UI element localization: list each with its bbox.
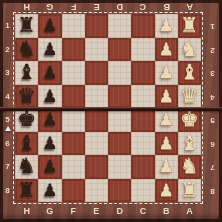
square-r4c1: ♛ xyxy=(15,85,38,109)
square-r8c6 xyxy=(131,179,154,203)
square-r5c8: ♚ xyxy=(178,108,201,132)
white-king: ♚ xyxy=(180,109,199,130)
square-r4c8: ♛ xyxy=(178,85,201,109)
square-r3c2: ♟ xyxy=(38,61,61,85)
square-r1c8: ♜ xyxy=(178,14,201,38)
square-r4c4 xyxy=(85,85,108,109)
square-r6c1: ♝ xyxy=(15,132,38,156)
white-pawn: ♟ xyxy=(159,158,174,175)
square-r8c5 xyxy=(108,179,131,203)
square-r7c7: ♟ xyxy=(155,155,178,179)
rank-label: 7 xyxy=(0,155,15,179)
black-knight: ♞ xyxy=(17,39,36,60)
square-r7c1: ♞ xyxy=(15,155,38,179)
rank-label: 8 xyxy=(203,179,222,203)
white-knight: ♞ xyxy=(180,156,199,177)
white-pawn: ♟ xyxy=(159,111,174,128)
file-label: A xyxy=(178,0,201,14)
square-r2c3 xyxy=(62,38,85,62)
square-r7c8: ♞ xyxy=(178,155,201,179)
square-r2c1: ♞ xyxy=(15,38,38,62)
file-label: E xyxy=(85,202,108,220)
square-r2c4 xyxy=(85,38,108,62)
square-r6c5 xyxy=(108,132,131,156)
rank-label: 6 xyxy=(0,132,15,156)
square-r3c7: ♟ xyxy=(155,61,178,85)
square-r1c5 xyxy=(108,14,131,38)
file-label: C xyxy=(131,202,154,220)
square-r5c3 xyxy=(62,108,85,132)
square-r7c4 xyxy=(85,155,108,179)
black-knight: ♞ xyxy=(17,156,36,177)
square-r6c8: ♝ xyxy=(178,132,201,156)
black-rook: ♜ xyxy=(17,15,36,36)
square-r4c6 xyxy=(131,85,154,109)
black-pawn: ♟ xyxy=(42,111,57,128)
square-r1c4 xyxy=(85,14,108,38)
file-label: G xyxy=(38,0,61,14)
rank-label: 3 xyxy=(203,61,222,85)
square-r2c6 xyxy=(131,38,154,62)
black-pawn: ♟ xyxy=(42,41,57,58)
black-pawn: ♟ xyxy=(42,182,57,199)
black-bishop: ♝ xyxy=(17,133,36,154)
square-r6c3 xyxy=(62,132,85,156)
white-pawn: ♟ xyxy=(159,41,174,58)
file-label: F xyxy=(62,0,85,14)
file-label: C xyxy=(131,0,154,14)
rank-label: 1 xyxy=(0,14,15,38)
file-labels-bottom: HGFEDCBA xyxy=(15,202,201,220)
square-r3c4 xyxy=(85,61,108,85)
rank-label: 2 xyxy=(203,38,222,62)
square-r3c6 xyxy=(131,61,154,85)
black-rook: ♜ xyxy=(17,180,36,201)
square-r8c3 xyxy=(62,179,85,203)
rank-label: 6 xyxy=(203,132,222,156)
rank-label: 5 xyxy=(203,108,222,132)
white-pawn: ♟ xyxy=(159,135,174,152)
black-king: ♚ xyxy=(17,109,36,130)
square-r3c5 xyxy=(108,61,131,85)
file-label: H xyxy=(15,202,38,220)
square-r5c7: ♟ xyxy=(155,108,178,132)
square-r7c5 xyxy=(108,155,131,179)
file-label: A xyxy=(178,202,201,220)
white-pawn: ♟ xyxy=(159,17,174,34)
square-r8c8: ♜ xyxy=(178,179,201,203)
hinge-clasp-marker xyxy=(5,126,11,131)
square-r2c8: ♞ xyxy=(178,38,201,62)
white-bishop: ♝ xyxy=(180,133,199,154)
white-pawn: ♟ xyxy=(159,64,174,81)
white-queen: ♛ xyxy=(180,86,199,107)
square-r6c2: ♟ xyxy=(38,132,61,156)
black-pawn: ♟ xyxy=(42,135,57,152)
black-queen: ♛ xyxy=(17,86,36,107)
square-r5c1: ♚ xyxy=(15,108,38,132)
board-hinge-seam xyxy=(0,107,222,111)
rank-label: 3 xyxy=(0,61,15,85)
square-r8c1: ♜ xyxy=(15,179,38,203)
white-knight: ♞ xyxy=(180,39,199,60)
square-r1c7: ♟ xyxy=(155,14,178,38)
square-r3c8: ♝ xyxy=(178,61,201,85)
square-r5c4 xyxy=(85,108,108,132)
square-r4c3 xyxy=(62,85,85,109)
square-r4c5 xyxy=(108,85,131,109)
square-r2c7: ♟ xyxy=(155,38,178,62)
square-r5c6 xyxy=(131,108,154,132)
square-r8c7: ♟ xyxy=(155,179,178,203)
rank-label: 8 xyxy=(0,179,15,203)
rank-label: 7 xyxy=(203,155,222,179)
white-bishop: ♝ xyxy=(180,62,199,83)
square-r5c5 xyxy=(108,108,131,132)
square-r5c2: ♟ xyxy=(38,108,61,132)
file-labels-top: HGFEDCBA xyxy=(15,0,201,14)
file-label: D xyxy=(108,0,131,14)
file-label: E xyxy=(85,0,108,14)
black-pawn: ♟ xyxy=(42,88,57,105)
file-label: D xyxy=(108,202,131,220)
rank-label: 4 xyxy=(203,85,222,109)
black-pawn: ♟ xyxy=(42,158,57,175)
chessboard-photo: HGFEDCBA HGFEDCBA 12345678 12345678 ♜♟♟♜… xyxy=(0,0,222,222)
square-r4c2: ♟ xyxy=(38,85,61,109)
square-r3c3 xyxy=(62,61,85,85)
white-rook: ♜ xyxy=(180,180,199,201)
square-r6c6 xyxy=(131,132,154,156)
black-pawn: ♟ xyxy=(42,64,57,81)
square-r8c2: ♟ xyxy=(38,179,61,203)
square-r7c2: ♟ xyxy=(38,155,61,179)
square-r2c2: ♟ xyxy=(38,38,61,62)
rank-label: 2 xyxy=(0,38,15,62)
square-r1c2: ♟ xyxy=(38,14,61,38)
square-r1c6 xyxy=(131,14,154,38)
white-rook: ♜ xyxy=(180,15,199,36)
square-r2c5 xyxy=(108,38,131,62)
rank-label: 4 xyxy=(0,85,15,109)
black-pawn: ♟ xyxy=(42,17,57,34)
square-r6c7: ♟ xyxy=(155,132,178,156)
white-pawn: ♟ xyxy=(159,182,174,199)
square-r1c1: ♜ xyxy=(15,14,38,38)
square-r4c7: ♟ xyxy=(155,85,178,109)
file-label: F xyxy=(62,202,85,220)
square-r3c1: ♝ xyxy=(15,61,38,85)
square-r1c3 xyxy=(62,14,85,38)
white-pawn: ♟ xyxy=(159,88,174,105)
file-label: B xyxy=(155,202,178,220)
file-label: G xyxy=(38,202,61,220)
square-r6c4 xyxy=(85,132,108,156)
rank-label: 1 xyxy=(203,14,222,38)
file-label: B xyxy=(155,0,178,14)
black-bishop: ♝ xyxy=(17,62,36,83)
square-r7c6 xyxy=(131,155,154,179)
square-r8c4 xyxy=(85,179,108,203)
file-label: H xyxy=(15,0,38,14)
square-r7c3 xyxy=(62,155,85,179)
